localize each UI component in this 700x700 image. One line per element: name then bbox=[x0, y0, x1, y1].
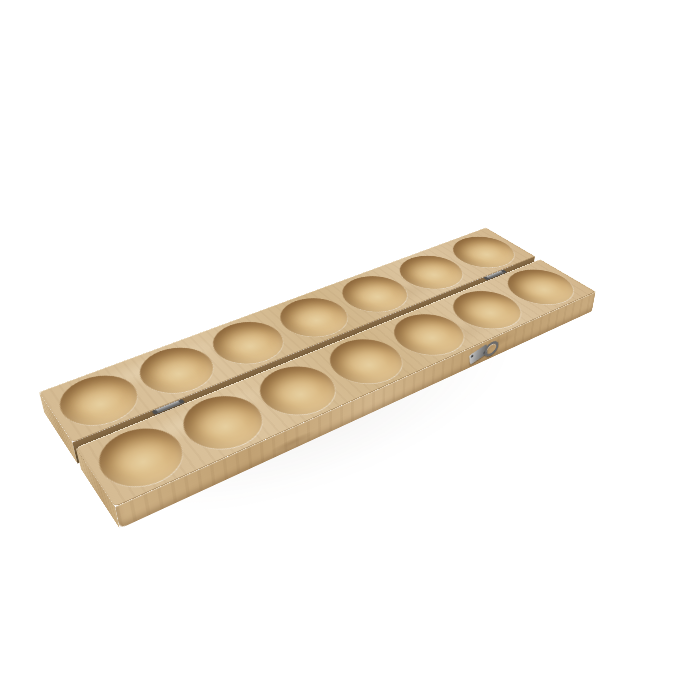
pit-far-2[interactable] bbox=[120, 335, 234, 408]
mancala-board bbox=[39, 228, 596, 507]
clasp-hook-ring bbox=[484, 338, 499, 360]
photo-backdrop bbox=[0, 0, 700, 700]
scene bbox=[0, 0, 700, 700]
